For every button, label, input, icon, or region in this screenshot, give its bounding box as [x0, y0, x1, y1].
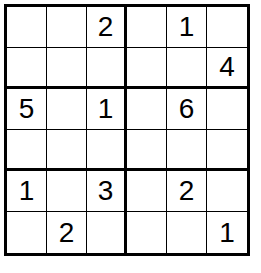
sudoku-board: 21451613221	[4, 4, 250, 256]
cell-r5c2[interactable]	[47, 171, 87, 212]
cell-r6c2[interactable]: 2	[47, 212, 87, 253]
cell-r2c5[interactable]	[167, 48, 207, 89]
cell-r4c5[interactable]	[167, 130, 207, 171]
given-digit: 1	[219, 219, 235, 247]
cell-r2c2[interactable]	[47, 48, 87, 89]
cell-r1c6[interactable]	[207, 7, 247, 48]
cell-r6c5[interactable]	[167, 212, 207, 253]
sudoku-page: 21451613221	[0, 0, 254, 260]
cell-r5c5[interactable]: 2	[167, 171, 207, 212]
cell-r5c3[interactable]: 3	[87, 171, 127, 212]
cell-r6c6[interactable]: 1	[207, 212, 247, 253]
given-digit: 1	[98, 95, 114, 123]
given-digit: 1	[19, 177, 35, 205]
cell-r3c2[interactable]	[47, 89, 87, 130]
cell-r4c3[interactable]	[87, 130, 127, 171]
cell-r2c1[interactable]	[7, 48, 47, 89]
cell-r3c1[interactable]: 5	[7, 89, 47, 130]
cell-r1c3[interactable]: 2	[87, 7, 127, 48]
cell-r2c3[interactable]	[87, 48, 127, 89]
cell-r1c5[interactable]: 1	[167, 7, 207, 48]
cell-r6c1[interactable]	[7, 212, 47, 253]
cell-r2c4[interactable]	[127, 48, 167, 89]
cell-r5c4[interactable]	[127, 171, 167, 212]
given-digit: 2	[59, 219, 75, 247]
cell-r4c1[interactable]	[7, 130, 47, 171]
cell-r1c4[interactable]	[127, 7, 167, 48]
cell-r1c2[interactable]	[47, 7, 87, 48]
given-digit: 1	[179, 13, 195, 41]
given-digit: 3	[98, 177, 114, 205]
given-digit: 5	[19, 95, 35, 123]
cell-r1c1[interactable]	[7, 7, 47, 48]
given-digit: 4	[219, 53, 235, 81]
cell-r4c6[interactable]	[207, 130, 247, 171]
cell-r4c4[interactable]	[127, 130, 167, 171]
cell-r3c3[interactable]: 1	[87, 89, 127, 130]
cell-r4c2[interactable]	[47, 130, 87, 171]
cell-r5c6[interactable]	[207, 171, 247, 212]
given-digit: 2	[98, 13, 114, 41]
cell-r5c1[interactable]: 1	[7, 171, 47, 212]
cell-r2c6[interactable]: 4	[207, 48, 247, 89]
cell-r6c4[interactable]	[127, 212, 167, 253]
cell-r6c3[interactable]	[87, 212, 127, 253]
cell-r3c6[interactable]	[207, 89, 247, 130]
cell-r3c4[interactable]	[127, 89, 167, 130]
given-digit: 2	[179, 177, 195, 205]
given-digit: 6	[179, 95, 195, 123]
cell-r3c5[interactable]: 6	[167, 89, 207, 130]
